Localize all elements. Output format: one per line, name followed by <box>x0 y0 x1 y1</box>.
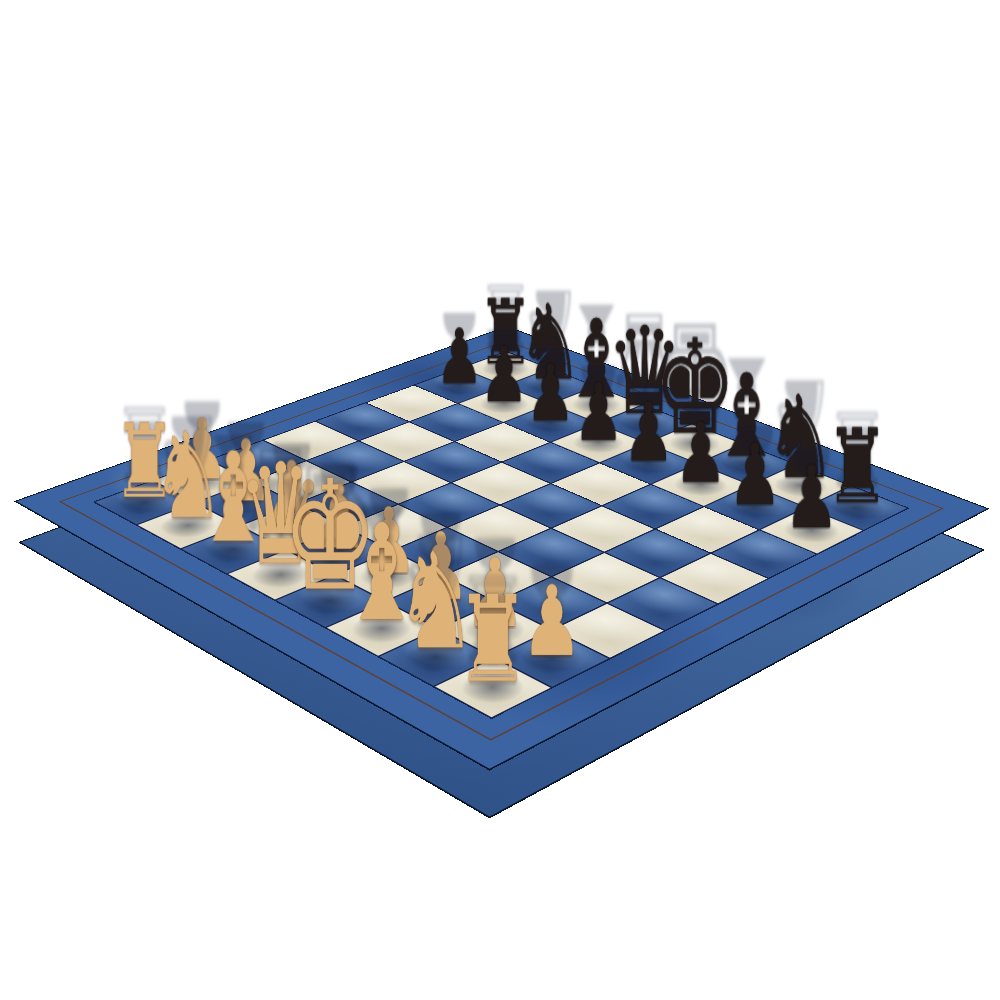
chess-set-photo: ♜♜♞♞♝♝♛♛♚♚♝♝♞♞♜♜♟♟♟♟♟♟♟♟♟♟♟♟♟♟♟♟♟♟♟♟♟♟♟♟… <box>0 0 1000 1000</box>
black-pawn-glyph: ♟ <box>480 335 529 412</box>
black-pawn-glyph: ♟ <box>674 411 727 495</box>
white-rook-glyph: ♜ <box>455 580 530 699</box>
black-pawn-glyph: ♟ <box>623 391 675 473</box>
chess-board: ♜♜♞♞♝♝♛♛♚♚♝♝♞♞♜♜♟♟♟♟♟♟♟♟♟♟♟♟♟♟♟♟♟♟♟♟♟♟♟♟… <box>14 326 990 771</box>
black-pawn-glyph: ♟ <box>784 453 839 540</box>
black-pawn-glyph: ♟ <box>573 372 624 452</box>
board-tilt: ♜♜♞♞♝♝♛♛♚♚♝♝♞♞♜♜♟♟♟♟♟♟♟♟♟♟♟♟♟♟♟♟♟♟♟♟♟♟♟♟… <box>14 326 990 771</box>
black-pawn-glyph: ♟ <box>435 318 483 394</box>
white-pawn-glyph: ♟ <box>521 572 582 669</box>
playing-field: ♜♜♞♞♝♝♛♛♚♚♝♝♞♞♜♜♟♟♟♟♟♟♟♟♟♟♟♟♟♟♟♟♟♟♟♟♟♟♟♟… <box>93 351 910 719</box>
black-pawn-glyph: ♟ <box>525 353 575 432</box>
black-pawn-glyph: ♟ <box>728 432 782 517</box>
